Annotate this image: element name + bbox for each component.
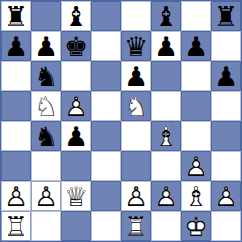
piece-black-pawn[interactable]: ♟	[151, 31, 181, 61]
square-c7[interactable]: ♚	[61, 31, 91, 61]
piece-white-pawn[interactable]: ♟♙	[61, 91, 91, 121]
square-h6[interactable]: ♟	[211, 61, 241, 91]
piece-black-pawn[interactable]: ♟	[31, 31, 61, 61]
white-piece-outline-glyph: ♘	[121, 91, 151, 121]
square-g2[interactable]: ♝♗	[181, 181, 211, 211]
white-piece-outline-glyph: ♙	[181, 151, 211, 181]
square-h8[interactable]: ♜	[211, 1, 241, 31]
square-f3[interactable]	[151, 151, 181, 181]
white-piece-outline-glyph: ♗	[151, 121, 181, 151]
chess-board: ♜♝♝♜♟♟♚♛♟♟♞♟♟♞♘♟♙♞♘♞♟♝♗♟♙♟♙♟♙♛♕♟♙♟♙♝♗♟♙♜…	[0, 0, 242, 242]
square-h2[interactable]: ♟♙	[211, 181, 241, 211]
white-piece-outline-glyph: ♘	[31, 91, 61, 121]
piece-black-rook[interactable]: ♜	[211, 1, 241, 31]
piece-black-pawn[interactable]: ♟	[121, 61, 151, 91]
square-c1[interactable]	[61, 211, 91, 241]
square-b2[interactable]: ♟♙	[31, 181, 61, 211]
square-f4[interactable]: ♝♗	[151, 121, 181, 151]
piece-black-bishop[interactable]: ♝	[151, 1, 181, 31]
piece-black-queen[interactable]: ♛	[121, 31, 151, 61]
square-e8[interactable]	[121, 1, 151, 31]
square-a8[interactable]: ♜	[1, 1, 31, 31]
square-c2[interactable]: ♛♕	[61, 181, 91, 211]
piece-white-bishop[interactable]: ♝♗	[181, 181, 211, 211]
white-piece-outline-glyph: ♙	[61, 91, 91, 121]
square-g5[interactable]	[181, 91, 211, 121]
square-f1[interactable]	[151, 211, 181, 241]
square-e6[interactable]: ♟	[121, 61, 151, 91]
square-d8[interactable]	[91, 1, 121, 31]
square-a4[interactable]	[1, 121, 31, 151]
piece-white-pawn[interactable]: ♟♙	[31, 181, 61, 211]
square-d7[interactable]	[91, 31, 121, 61]
square-b3[interactable]	[31, 151, 61, 181]
white-piece-outline-glyph: ♙	[151, 181, 181, 211]
square-d2[interactable]	[91, 181, 121, 211]
piece-white-king[interactable]: ♚♔	[181, 211, 211, 241]
white-piece-outline-glyph: ♖	[1, 211, 31, 241]
square-c6[interactable]	[61, 61, 91, 91]
piece-black-pawn[interactable]: ♟	[211, 61, 241, 91]
square-h5[interactable]	[211, 91, 241, 121]
square-c5[interactable]: ♟♙	[61, 91, 91, 121]
square-g4[interactable]	[181, 121, 211, 151]
square-e7[interactable]: ♛	[121, 31, 151, 61]
piece-white-knight[interactable]: ♞♘	[31, 91, 61, 121]
white-piece-outline-glyph: ♙	[121, 181, 151, 211]
square-a6[interactable]	[1, 61, 31, 91]
square-g3[interactable]: ♟♙	[181, 151, 211, 181]
white-piece-outline-glyph: ♖	[121, 211, 151, 241]
white-piece-outline-glyph: ♔	[181, 211, 211, 241]
square-c4[interactable]: ♟	[61, 121, 91, 151]
piece-white-pawn[interactable]: ♟♙	[211, 181, 241, 211]
square-f7[interactable]: ♟	[151, 31, 181, 61]
square-d1[interactable]	[91, 211, 121, 241]
piece-black-king[interactable]: ♚	[61, 31, 91, 61]
piece-black-bishop[interactable]: ♝	[61, 1, 91, 31]
square-b7[interactable]: ♟	[31, 31, 61, 61]
piece-white-queen[interactable]: ♛♕	[61, 181, 91, 211]
piece-black-pawn[interactable]: ♟	[181, 31, 211, 61]
square-g1[interactable]: ♚♔	[181, 211, 211, 241]
square-a3[interactable]	[1, 151, 31, 181]
piece-white-knight[interactable]: ♞♘	[121, 91, 151, 121]
white-piece-outline-glyph: ♙	[31, 181, 61, 211]
square-e2[interactable]: ♟♙	[121, 181, 151, 211]
square-e5[interactable]: ♞♘	[121, 91, 151, 121]
piece-white-bishop[interactable]: ♝♗	[151, 121, 181, 151]
square-e1[interactable]: ♜♖	[121, 211, 151, 241]
piece-white-rook[interactable]: ♜♖	[121, 211, 151, 241]
piece-white-rook[interactable]: ♜♖	[1, 211, 31, 241]
square-f8[interactable]: ♝	[151, 1, 181, 31]
square-e4[interactable]	[121, 121, 151, 151]
square-h4[interactable]	[211, 121, 241, 151]
square-h1[interactable]	[211, 211, 241, 241]
square-f5[interactable]	[151, 91, 181, 121]
square-g6[interactable]	[181, 61, 211, 91]
square-a1[interactable]: ♜♖	[1, 211, 31, 241]
square-f6[interactable]	[151, 61, 181, 91]
square-b5[interactable]: ♞♘	[31, 91, 61, 121]
white-piece-outline-glyph: ♗	[181, 181, 211, 211]
square-c8[interactable]: ♝	[61, 1, 91, 31]
square-d3[interactable]	[91, 151, 121, 181]
square-b8[interactable]	[31, 1, 61, 31]
square-a2[interactable]: ♟♙	[1, 181, 31, 211]
piece-black-pawn[interactable]: ♟	[61, 121, 91, 151]
square-b4[interactable]: ♞	[31, 121, 61, 151]
square-d5[interactable]	[91, 91, 121, 121]
white-piece-outline-glyph: ♙	[1, 181, 31, 211]
square-a7[interactable]: ♟	[1, 31, 31, 61]
piece-black-knight[interactable]: ♞	[31, 61, 61, 91]
piece-white-pawn[interactable]: ♟♙	[151, 181, 181, 211]
square-d6[interactable]	[91, 61, 121, 91]
square-c3[interactable]	[61, 151, 91, 181]
square-b1[interactable]	[31, 211, 61, 241]
square-d4[interactable]	[91, 121, 121, 151]
square-g7[interactable]: ♟	[181, 31, 211, 61]
piece-white-pawn[interactable]: ♟♙	[181, 151, 211, 181]
white-piece-outline-glyph: ♕	[61, 181, 91, 211]
square-f2[interactable]: ♟♙	[151, 181, 181, 211]
piece-white-pawn[interactable]: ♟♙	[1, 181, 31, 211]
piece-white-pawn[interactable]: ♟♙	[121, 181, 151, 211]
square-g8[interactable]	[181, 1, 211, 31]
square-e3[interactable]	[121, 151, 151, 181]
piece-black-pawn[interactable]: ♟	[1, 31, 31, 61]
square-h3[interactable]	[211, 151, 241, 181]
square-h7[interactable]	[211, 31, 241, 61]
white-piece-outline-glyph: ♙	[211, 181, 241, 211]
piece-black-rook[interactable]: ♜	[1, 1, 31, 31]
square-a5[interactable]	[1, 91, 31, 121]
square-b6[interactable]: ♞	[31, 61, 61, 91]
piece-black-knight[interactable]: ♞	[31, 121, 61, 151]
